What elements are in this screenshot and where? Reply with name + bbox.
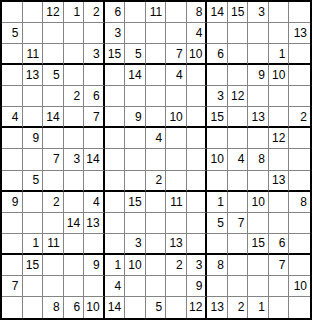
cell-r12-c4-empty[interactable] [64,234,85,255]
cell-r13-c7-given[interactable]: 10 [125,255,146,276]
cell-r2-c6-given[interactable]: 3 [105,23,126,44]
cell-r1-c8-given[interactable]: 11 [146,2,167,23]
cell-r9-c4-empty[interactable] [64,171,85,192]
cell-r7-c6-empty[interactable] [105,128,126,149]
cell-r6-c14-empty[interactable] [269,107,290,128]
cell-r13-c3-empty[interactable] [43,255,64,276]
cell-r5-c3-empty[interactable] [43,86,64,107]
cell-r10-c11-given[interactable]: 1 [207,192,228,213]
cell-r1-c9-empty[interactable] [166,2,187,23]
cell-r9-c3-empty[interactable] [43,171,64,192]
cell-r5-c1-empty[interactable] [2,86,23,107]
cell-r15-c10-given[interactable]: 12 [187,297,208,318]
cell-r4-c8-empty[interactable] [146,65,167,86]
cell-r12-c1-empty[interactable] [2,234,23,255]
cell-r7-c11-empty[interactable] [207,128,228,149]
cell-r6-c12-empty[interactable] [228,107,249,128]
cell-r3-c4-empty[interactable] [64,44,85,65]
sudoku-page: 1212611814153534131131557106113514491026… [0,0,312,320]
cell-r2-c1-given[interactable]: 5 [2,23,23,44]
cell-r1-c1-empty[interactable] [2,2,23,23]
cell-r12-c11-empty[interactable] [207,234,228,255]
cell-r2-c9-empty[interactable] [166,23,187,44]
cell-r1-c4-given[interactable]: 1 [64,2,85,23]
cell-r9-c13-empty[interactable] [248,171,269,192]
cell-r7-c3-empty[interactable] [43,128,64,149]
cell-r14-c1-given[interactable]: 7 [2,276,23,297]
cell-r9-c8-given[interactable]: 2 [146,171,167,192]
cell-r14-c6-given[interactable]: 4 [105,276,126,297]
cell-r5-c12-given[interactable]: 12 [228,86,249,107]
cell-r4-c12-empty[interactable] [228,65,249,86]
cell-r12-c14-given[interactable]: 6 [269,234,290,255]
cell-r1-c11-given[interactable]: 14 [207,2,228,23]
cell-r7-c9-empty[interactable] [166,128,187,149]
cell-r4-c1-empty[interactable] [2,65,23,86]
cell-r14-c3-empty[interactable] [43,276,64,297]
cell-r10-c15-given[interactable]: 8 [289,192,310,213]
cell-r5-c14-empty[interactable] [269,86,290,107]
cell-r4-c2-given[interactable]: 13 [23,65,44,86]
cell-r10-c3-given[interactable]: 2 [43,192,64,213]
cell-r11-c12-given[interactable]: 7 [228,213,249,234]
cell-r7-c4-empty[interactable] [64,128,85,149]
cell-r14-c9-empty[interactable] [166,276,187,297]
cell-r15-c8-given[interactable]: 5 [146,297,167,318]
cell-r1-c10-given[interactable]: 8 [187,2,208,23]
cell-r11-c11-given[interactable]: 5 [207,213,228,234]
cell-r9-c10-empty[interactable] [187,171,208,192]
cell-r5-c8-empty[interactable] [146,86,167,107]
cell-r11-c3-empty[interactable] [43,213,64,234]
cell-r5-c6-empty[interactable] [105,86,126,107]
cell-r3-c14-given[interactable]: 1 [269,44,290,65]
cell-r12-c13-given[interactable]: 15 [248,234,269,255]
cell-r11-c6-empty[interactable] [105,213,126,234]
cell-r2-c3-empty[interactable] [43,23,64,44]
cell-r8-c4-given[interactable]: 3 [64,149,85,170]
cell-r2-c2-empty[interactable] [23,23,44,44]
cell-r7-c1-empty[interactable] [2,128,23,149]
cell-r13-c9-given[interactable]: 2 [166,255,187,276]
cell-r6-c10-empty[interactable] [187,107,208,128]
cell-r2-c12-empty[interactable] [228,23,249,44]
cell-r14-c2-empty[interactable] [23,276,44,297]
cell-r3-c13-empty[interactable] [248,44,269,65]
cell-r6-c5-given[interactable]: 7 [84,107,105,128]
cell-r10-c8-empty[interactable] [146,192,167,213]
cell-r7-c13-empty[interactable] [248,128,269,149]
cell-r8-c10-empty[interactable] [187,149,208,170]
cell-r11-c5-given[interactable]: 13 [84,213,105,234]
cell-r14-c11-empty[interactable] [207,276,228,297]
cell-r1-c2-empty[interactable] [23,2,44,23]
cell-r11-c7-empty[interactable] [125,213,146,234]
cell-r4-c9-given[interactable]: 4 [166,65,187,86]
cell-r15-c9-empty[interactable] [166,297,187,318]
cell-r15-c12-given[interactable]: 2 [228,297,249,318]
cell-r6-c2-empty[interactable] [23,107,44,128]
cell-r4-c11-empty[interactable] [207,65,228,86]
cell-r2-c8-empty[interactable] [146,23,167,44]
cell-r10-c4-empty[interactable] [64,192,85,213]
cell-r3-c3-empty[interactable] [43,44,64,65]
cell-r5-c11-given[interactable]: 3 [207,86,228,107]
cell-r13-c8-empty[interactable] [146,255,167,276]
cell-r7-c15-empty[interactable] [289,128,310,149]
cell-r10-c12-empty[interactable] [228,192,249,213]
cell-r10-c9-given[interactable]: 11 [166,192,187,213]
cell-r5-c15-empty[interactable] [289,86,310,107]
cell-r12-c8-empty[interactable] [146,234,167,255]
cell-r13-c1-empty[interactable] [2,255,23,276]
cell-r4-c13-given[interactable]: 9 [248,65,269,86]
cell-r11-c10-empty[interactable] [187,213,208,234]
cell-r15-c4-given[interactable]: 6 [64,297,85,318]
cell-r2-c11-empty[interactable] [207,23,228,44]
cell-r14-c4-empty[interactable] [64,276,85,297]
cell-r15-c1-empty[interactable] [2,297,23,318]
cell-r14-c10-given[interactable]: 9 [187,276,208,297]
cell-r4-c6-empty[interactable] [105,65,126,86]
cell-r9-c9-empty[interactable] [166,171,187,192]
cell-r13-c11-given[interactable]: 8 [207,255,228,276]
cell-r11-c2-empty[interactable] [23,213,44,234]
cell-r1-c14-empty[interactable] [269,2,290,23]
cell-r7-c10-empty[interactable] [187,128,208,149]
cell-r3-c12-empty[interactable] [228,44,249,65]
cell-r15-c13-given[interactable]: 1 [248,297,269,318]
cell-r8-c13-given[interactable]: 8 [248,149,269,170]
cell-r6-c13-given[interactable]: 13 [248,107,269,128]
cell-r14-c5-empty[interactable] [84,276,105,297]
cell-r6-c4-empty[interactable] [64,107,85,128]
cell-r1-c13-given[interactable]: 3 [248,2,269,23]
cell-r12-c15-empty[interactable] [289,234,310,255]
cell-r8-c9-empty[interactable] [166,149,187,170]
cell-r11-c4-given[interactable]: 14 [64,213,85,234]
cell-r6-c11-given[interactable]: 15 [207,107,228,128]
cell-r9-c6-empty[interactable] [105,171,126,192]
cell-r15-c3-given[interactable]: 8 [43,297,64,318]
cell-r13-c10-given[interactable]: 3 [187,255,208,276]
cell-r9-c11-empty[interactable] [207,171,228,192]
cell-r2-c7-empty[interactable] [125,23,146,44]
cell-r4-c15-empty[interactable] [289,65,310,86]
cell-r3-c5-given[interactable]: 3 [84,44,105,65]
cell-r8-c6-empty[interactable] [105,149,126,170]
cell-r12-c10-empty[interactable] [187,234,208,255]
cell-r5-c13-empty[interactable] [248,86,269,107]
cell-r10-c10-empty[interactable] [187,192,208,213]
cell-r8-c5-given[interactable]: 14 [84,149,105,170]
cell-r3-c15-empty[interactable] [289,44,310,65]
cell-r10-c7-given[interactable]: 15 [125,192,146,213]
cell-r13-c13-empty[interactable] [248,255,269,276]
cell-r11-c9-empty[interactable] [166,213,187,234]
cell-r1-c15-empty[interactable] [289,2,310,23]
cell-r13-c5-given[interactable]: 9 [84,255,105,276]
cell-r12-c7-given[interactable]: 3 [125,234,146,255]
cell-r3-c6-given[interactable]: 15 [105,44,126,65]
cell-r10-c5-given[interactable]: 4 [84,192,105,213]
cell-r11-c13-empty[interactable] [248,213,269,234]
cell-r3-c9-given[interactable]: 7 [166,44,187,65]
sudoku-board: 1212611814153534131131557106113514491026… [0,0,312,320]
cell-r5-c10-empty[interactable] [187,86,208,107]
cell-r4-c10-empty[interactable] [187,65,208,86]
cell-r3-c1-empty[interactable] [2,44,23,65]
cell-r8-c7-empty[interactable] [125,149,146,170]
cell-r12-c5-empty[interactable] [84,234,105,255]
cell-r11-c15-empty[interactable] [289,213,310,234]
cell-r6-c8-empty[interactable] [146,107,167,128]
cell-r6-c3-given[interactable]: 14 [43,107,64,128]
cell-r15-c7-empty[interactable] [125,297,146,318]
cell-r13-c2-given[interactable]: 15 [23,255,44,276]
cell-r8-c1-empty[interactable] [2,149,23,170]
cell-r8-c14-empty[interactable] [269,149,290,170]
cell-r4-c5-empty[interactable] [84,65,105,86]
cell-r4-c4-empty[interactable] [64,65,85,86]
cell-r7-c8-given[interactable]: 4 [146,128,167,149]
cell-r8-c3-given[interactable]: 7 [43,149,64,170]
cell-r6-c6-empty[interactable] [105,107,126,128]
cell-r3-c8-empty[interactable] [146,44,167,65]
cell-r7-c7-empty[interactable] [125,128,146,149]
cell-r3-c2-given[interactable]: 11 [23,44,44,65]
cell-r4-c14-given[interactable]: 10 [269,65,290,86]
cell-r12-c2-given[interactable]: 1 [23,234,44,255]
cell-r3-c10-given[interactable]: 10 [187,44,208,65]
cell-r2-c5-empty[interactable] [84,23,105,44]
cell-r3-c11-given[interactable]: 6 [207,44,228,65]
cell-r9-c12-empty[interactable] [228,171,249,192]
cell-r15-c5-given[interactable]: 10 [84,297,105,318]
cell-r7-c12-empty[interactable] [228,128,249,149]
cell-r4-c3-given[interactable]: 5 [43,65,64,86]
cell-r13-c14-given[interactable]: 7 [269,255,290,276]
cell-r9-c5-empty[interactable] [84,171,105,192]
cell-r15-c6-given[interactable]: 14 [105,297,126,318]
cell-r8-c8-empty[interactable] [146,149,167,170]
cell-r2-c10-given[interactable]: 4 [187,23,208,44]
cell-r5-c4-given[interactable]: 2 [64,86,85,107]
cell-r7-c2-given[interactable]: 9 [23,128,44,149]
cell-r15-c15-empty[interactable] [289,297,310,318]
cell-r5-c2-empty[interactable] [23,86,44,107]
cell-r6-c7-given[interactable]: 9 [125,107,146,128]
cell-r13-c4-empty[interactable] [64,255,85,276]
cell-r13-c15-empty[interactable] [289,255,310,276]
cell-r10-c2-empty[interactable] [23,192,44,213]
cell-r14-c13-empty[interactable] [248,276,269,297]
cell-r14-c14-empty[interactable] [269,276,290,297]
cell-r9-c7-empty[interactable] [125,171,146,192]
cell-r11-c1-empty[interactable] [2,213,23,234]
cell-r9-c14-given[interactable]: 13 [269,171,290,192]
cell-r2-c15-given[interactable]: 13 [289,23,310,44]
cell-r14-c8-empty[interactable] [146,276,167,297]
cell-r14-c15-given[interactable]: 10 [289,276,310,297]
cell-r10-c13-given[interactable]: 10 [248,192,269,213]
cell-r7-c14-given[interactable]: 12 [269,128,290,149]
cell-r9-c2-given[interactable]: 5 [23,171,44,192]
cell-r1-c12-given[interactable]: 15 [228,2,249,23]
cell-r6-c1-given[interactable]: 4 [2,107,23,128]
cell-r1-c5-given[interactable]: 2 [84,2,105,23]
cell-r5-c5-given[interactable]: 6 [84,86,105,107]
cell-r6-c15-given[interactable]: 2 [289,107,310,128]
cell-r14-c7-empty[interactable] [125,276,146,297]
cell-r8-c12-given[interactable]: 4 [228,149,249,170]
cell-r8-c11-given[interactable]: 10 [207,149,228,170]
cell-r4-c7-given[interactable]: 14 [125,65,146,86]
cell-r10-c6-empty[interactable] [105,192,126,213]
cell-r1-c7-empty[interactable] [125,2,146,23]
cell-r7-c5-empty[interactable] [84,128,105,149]
cell-r13-c12-empty[interactable] [228,255,249,276]
cell-r8-c15-empty[interactable] [289,149,310,170]
cell-r10-c14-empty[interactable] [269,192,290,213]
cell-r3-c7-given[interactable]: 5 [125,44,146,65]
cell-r8-c2-empty[interactable] [23,149,44,170]
cell-r10-c1-given[interactable]: 9 [2,192,23,213]
cell-r12-c9-given[interactable]: 13 [166,234,187,255]
cell-r1-c3-given[interactable]: 12 [43,2,64,23]
cell-r6-c9-given[interactable]: 10 [166,107,187,128]
cell-r1-c6-given[interactable]: 6 [105,2,126,23]
cell-r13-c6-given[interactable]: 1 [105,255,126,276]
cell-r15-c14-empty[interactable] [269,297,290,318]
cell-r15-c11-given[interactable]: 13 [207,297,228,318]
cell-r2-c13-empty[interactable] [248,23,269,44]
cell-r11-c14-empty[interactable] [269,213,290,234]
cell-r9-c15-empty[interactable] [289,171,310,192]
cell-r12-c3-given[interactable]: 11 [43,234,64,255]
cell-r12-c6-empty[interactable] [105,234,126,255]
cell-r14-c12-empty[interactable] [228,276,249,297]
cell-r2-c4-empty[interactable] [64,23,85,44]
cell-r9-c1-empty[interactable] [2,171,23,192]
cell-r5-c7-empty[interactable] [125,86,146,107]
cell-r5-c9-empty[interactable] [166,86,187,107]
cell-r11-c8-empty[interactable] [146,213,167,234]
cell-r2-c14-empty[interactable] [269,23,290,44]
cell-r12-c12-empty[interactable] [228,234,249,255]
cell-r15-c2-empty[interactable] [23,297,44,318]
